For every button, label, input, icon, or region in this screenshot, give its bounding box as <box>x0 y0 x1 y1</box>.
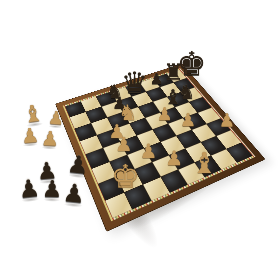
photo-canvas: ♞♛♟♜♚♟♞♝♞♟♟♟♟♟♟♚♟♝ ♝♟♟♟ ♟♟♟♟♟ <box>0 0 278 278</box>
mosaic-border: ♞♛♟♜♚♟♞♝♞♟♟♟♟♟♟♚♟♝ <box>63 68 256 221</box>
captured-white-pawn[interactable]: ♟ <box>20 125 40 146</box>
captured-white-pawn[interactable]: ♟ <box>47 109 64 128</box>
board-grid: ♞♛♟♜♚♟♞♝♞♟♟♟♟♟♟♚♟♝ <box>65 70 252 218</box>
square-a1[interactable] <box>105 193 132 218</box>
chess-board: ♞♛♟♜♚♟♞♝♞♟♟♟♟♟♟♚♟♝ <box>55 64 265 232</box>
captured-black-pawn[interactable]: ♟ <box>17 176 41 202</box>
square-h2[interactable] <box>216 130 241 148</box>
captured-black-pawn[interactable]: ♟ <box>62 180 87 207</box>
captured-black-pawn[interactable]: ♟ <box>41 177 62 201</box>
captured-white-pawn[interactable]: ♟ <box>41 128 60 149</box>
captured-black-pawn[interactable]: ♟ <box>66 152 90 178</box>
